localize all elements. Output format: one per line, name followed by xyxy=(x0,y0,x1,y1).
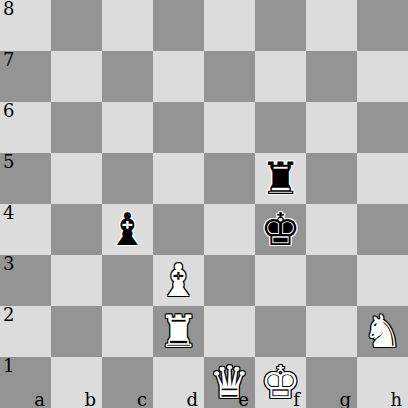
file-label-g: g xyxy=(339,391,351,408)
square-a4[interactable]: 4 xyxy=(0,204,51,255)
square-f1[interactable]: f♚ xyxy=(255,357,306,408)
square-e8[interactable] xyxy=(204,0,255,51)
square-c4[interactable]: ♝ xyxy=(102,204,153,255)
square-d4[interactable] xyxy=(153,204,204,255)
square-g3[interactable] xyxy=(306,255,357,306)
square-e4[interactable] xyxy=(204,204,255,255)
square-b3[interactable] xyxy=(51,255,102,306)
white-bishop-d3[interactable]: ♝ xyxy=(153,255,204,306)
square-g1[interactable]: g xyxy=(306,357,357,408)
square-b7[interactable] xyxy=(51,51,102,102)
square-f2[interactable] xyxy=(255,306,306,357)
square-d8[interactable] xyxy=(153,0,204,51)
square-f7[interactable] xyxy=(255,51,306,102)
rank-label-3: 3 xyxy=(3,254,14,274)
square-b6[interactable] xyxy=(51,102,102,153)
square-b5[interactable] xyxy=(51,153,102,204)
square-g4[interactable] xyxy=(306,204,357,255)
file-label-d: d xyxy=(186,391,198,408)
square-d5[interactable] xyxy=(153,153,204,204)
square-g6[interactable] xyxy=(306,102,357,153)
square-f3[interactable] xyxy=(255,255,306,306)
black-rook-f5[interactable]: ♜ xyxy=(255,153,306,204)
file-label-b: b xyxy=(84,391,96,408)
square-b1[interactable]: b xyxy=(51,357,102,408)
square-a8[interactable]: 8 xyxy=(0,0,51,51)
square-c2[interactable] xyxy=(102,306,153,357)
file-label-c: c xyxy=(137,391,147,408)
square-d7[interactable] xyxy=(153,51,204,102)
rank-label-1: 1 xyxy=(3,356,14,376)
square-a2[interactable]: 2 xyxy=(0,306,51,357)
square-d3[interactable]: ♝ xyxy=(153,255,204,306)
square-h8[interactable] xyxy=(357,0,408,51)
square-b8[interactable] xyxy=(51,0,102,51)
square-c7[interactable] xyxy=(102,51,153,102)
square-a7[interactable]: 7 xyxy=(0,51,51,102)
square-a6[interactable]: 6 xyxy=(0,102,51,153)
square-d1[interactable]: d xyxy=(153,357,204,408)
square-h2[interactable]: ♞ xyxy=(357,306,408,357)
square-g7[interactable] xyxy=(306,51,357,102)
square-h7[interactable] xyxy=(357,51,408,102)
square-a1[interactable]: 1a xyxy=(0,357,51,408)
square-d2[interactable]: ♜ xyxy=(153,306,204,357)
rank-label-8: 8 xyxy=(3,0,14,19)
square-f8[interactable] xyxy=(255,0,306,51)
rank-label-2: 2 xyxy=(3,305,14,325)
square-c3[interactable] xyxy=(102,255,153,306)
file-label-h: h xyxy=(390,391,402,408)
chess-board: 8765♜4♝♚3♝2♜♞1abcde♛f♚gh xyxy=(0,0,408,408)
square-b4[interactable] xyxy=(51,204,102,255)
square-e1[interactable]: e♛ xyxy=(204,357,255,408)
square-c1[interactable]: c xyxy=(102,357,153,408)
square-e5[interactable] xyxy=(204,153,255,204)
rank-label-6: 6 xyxy=(3,101,14,121)
square-e3[interactable] xyxy=(204,255,255,306)
square-f5[interactable]: ♜ xyxy=(255,153,306,204)
white-king-f1[interactable]: ♚ xyxy=(255,357,306,408)
square-h4[interactable] xyxy=(357,204,408,255)
square-h5[interactable] xyxy=(357,153,408,204)
square-g5[interactable] xyxy=(306,153,357,204)
square-g2[interactable] xyxy=(306,306,357,357)
square-f6[interactable] xyxy=(255,102,306,153)
square-e6[interactable] xyxy=(204,102,255,153)
square-d6[interactable] xyxy=(153,102,204,153)
white-knight-h2[interactable]: ♞ xyxy=(357,306,408,357)
square-e7[interactable] xyxy=(204,51,255,102)
square-h6[interactable] xyxy=(357,102,408,153)
rank-label-7: 7 xyxy=(3,50,14,70)
square-h1[interactable]: h xyxy=(357,357,408,408)
square-a3[interactable]: 3 xyxy=(0,255,51,306)
square-g8[interactable] xyxy=(306,0,357,51)
file-label-a: a xyxy=(34,391,45,408)
square-e2[interactable] xyxy=(204,306,255,357)
square-f4[interactable]: ♚ xyxy=(255,204,306,255)
white-rook-d2[interactable]: ♜ xyxy=(153,306,204,357)
square-c8[interactable] xyxy=(102,0,153,51)
black-king-f4[interactable]: ♚ xyxy=(255,204,306,255)
square-c5[interactable] xyxy=(102,153,153,204)
square-c6[interactable] xyxy=(102,102,153,153)
square-b2[interactable] xyxy=(51,306,102,357)
black-bishop-c4[interactable]: ♝ xyxy=(102,204,153,255)
white-queen-e1[interactable]: ♛ xyxy=(204,357,255,408)
rank-label-5: 5 xyxy=(3,152,14,172)
rank-label-4: 4 xyxy=(3,203,14,223)
square-h3[interactable] xyxy=(357,255,408,306)
square-a5[interactable]: 5 xyxy=(0,153,51,204)
